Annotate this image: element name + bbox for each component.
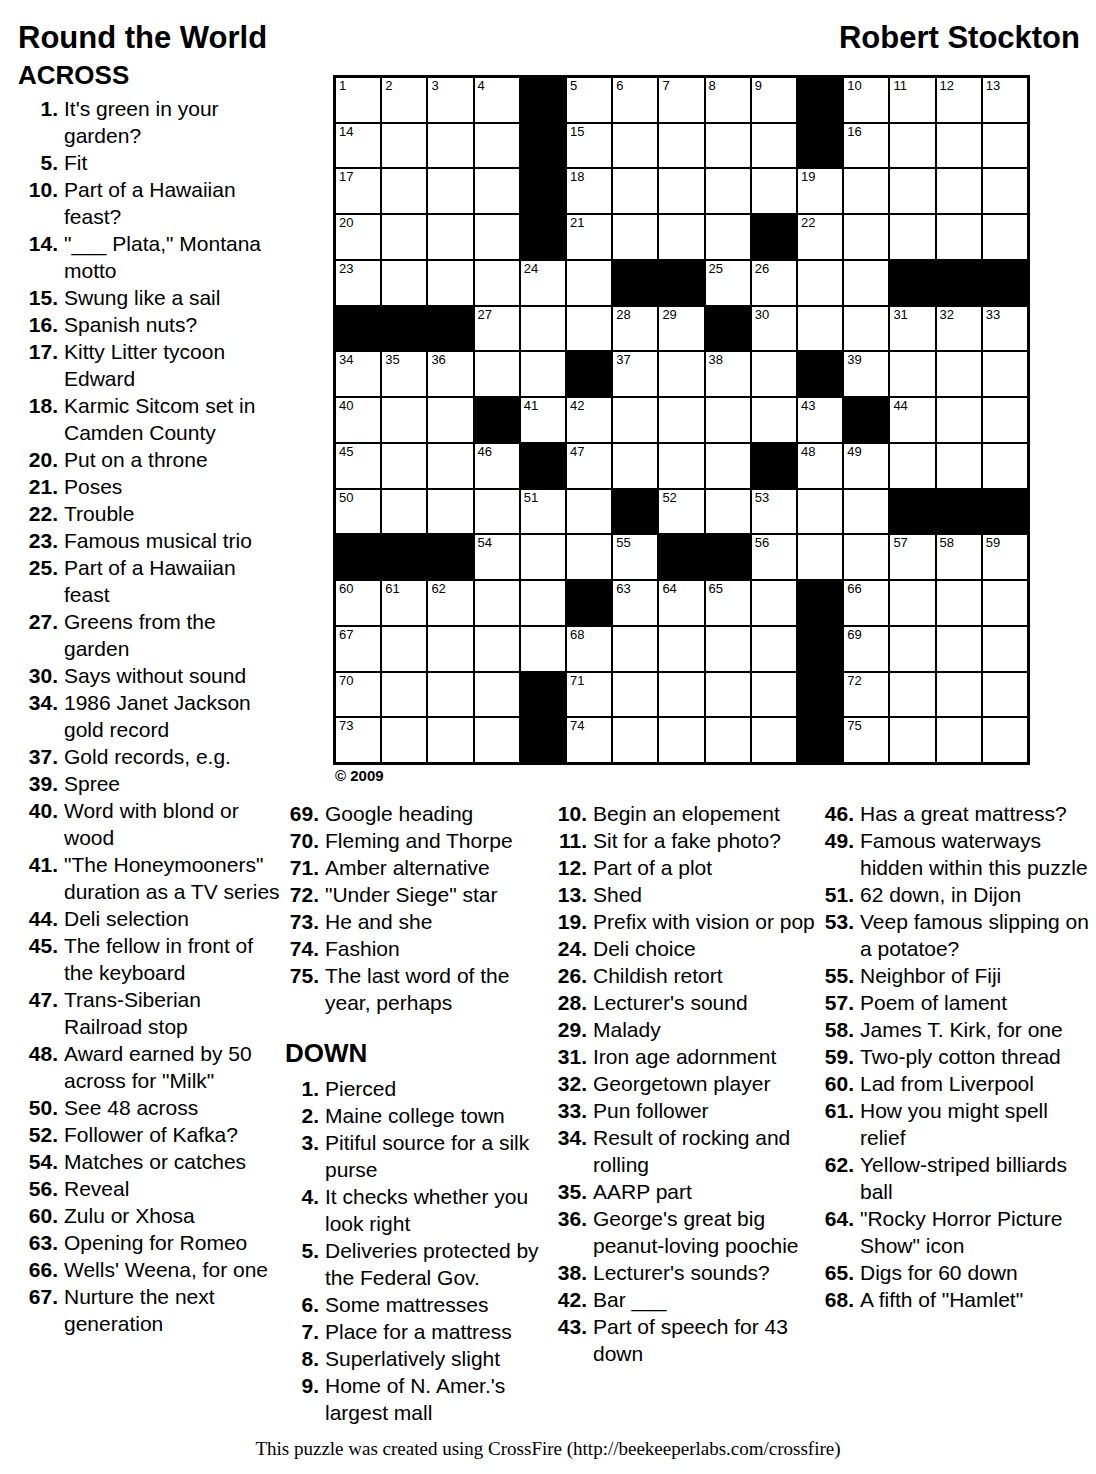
grid-cell[interactable] [706,627,750,671]
clue-number: 43. [553,1313,593,1367]
grid-cell[interactable]: 30 [752,307,796,351]
grid-cell-black [890,490,934,534]
cell-number: 45 [339,444,353,460]
grid-cell[interactable] [428,718,472,762]
cell-number: 44 [893,398,907,414]
grid-cell[interactable] [890,169,934,213]
grid-cell[interactable]: 29 [659,307,703,351]
grid-cell[interactable]: 57 [890,535,934,579]
clue-item: 25.Part of a Hawaiian feast [18,554,284,608]
grid-cell[interactable]: 24 [521,261,565,305]
cell-number: 53 [755,490,769,506]
grid-cell[interactable] [613,398,657,442]
clue-item: 51.62 down, in Dijon [820,881,1094,908]
clue-item: 2.Maine college town [285,1102,547,1129]
grid-cell[interactable] [521,307,565,351]
grid-cell[interactable]: 3 [428,78,472,122]
clue-text: He and she [325,908,547,935]
grid-cell[interactable]: 48 [798,444,842,488]
grid-cell-black [521,78,565,122]
grid-cell[interactable] [475,673,519,717]
cell-number: 62 [431,581,445,597]
grid-cell[interactable] [475,718,519,762]
grid-cell[interactable]: 54 [475,535,519,579]
grid-cell[interactable]: 62 [428,581,472,625]
clue-number: 60. [18,1202,64,1229]
clue-text: Reveal [64,1175,284,1202]
grid-cell[interactable] [382,490,426,534]
clue-text: Matches or catches [64,1148,284,1175]
grid-cell[interactable] [521,627,565,671]
grid-cell[interactable]: 35 [382,352,426,396]
grid-cell[interactable] [937,215,981,259]
grid-cell[interactable] [659,215,703,259]
grid-cell[interactable]: 73 [336,718,380,762]
grid-cell[interactable]: 26 [752,261,796,305]
down-header: DOWN [285,1038,547,1069]
grid-cell[interactable] [752,581,796,625]
clue-item: 24.Deli choice [553,935,817,962]
grid-cell[interactable]: 55 [613,535,657,579]
clue-text: Google heading [325,800,547,827]
grid-cell[interactable] [659,124,703,168]
grid-cell[interactable] [937,398,981,442]
clue-text: Pun follower [593,1097,817,1124]
grid-cell[interactable]: 66 [844,581,888,625]
grid-cell-black [336,535,380,579]
clue-number: 67. [18,1283,64,1337]
clue-item: 68.A fifth of "Hamlet" [820,1286,1094,1313]
cell-number: 54 [478,535,492,551]
grid-cell[interactable]: 53 [752,490,796,534]
clue-item: 43.Part of speech for 43 down [553,1313,817,1367]
grid-cell[interactable] [382,215,426,259]
grid-cell[interactable]: 74 [567,718,611,762]
grid-cell[interactable] [428,627,472,671]
grid-cell[interactable] [752,627,796,671]
grid-cell[interactable] [475,352,519,396]
clue-text: It checks whether you look right [325,1183,547,1237]
grid-cell[interactable]: 60 [336,581,380,625]
clue-text: Fleming and Thorpe [325,827,547,854]
grid-cell[interactable] [798,535,842,579]
clue-number: 57. [820,989,860,1016]
grid-cell[interactable] [983,627,1027,671]
grid-cell[interactable]: 1 [336,78,380,122]
grid-cell-black [475,398,519,442]
clue-text: Sit for a fake photo? [593,827,817,854]
grid-cell[interactable] [613,673,657,717]
grid-cell[interactable] [752,169,796,213]
clue-text: Poem of lament [860,989,1094,1016]
grid-cell[interactable] [475,581,519,625]
grid-cell[interactable] [659,627,703,671]
clue-text: Follower of Kafka? [64,1121,284,1148]
clue-number: 10. [18,176,64,230]
clue-item: 10.Begin an elopement [553,800,817,827]
grid-cell[interactable]: 69 [844,627,888,671]
grid-cell[interactable]: 37 [613,352,657,396]
grid-cell[interactable] [844,169,888,213]
clue-number: 29. [553,1016,593,1043]
grid-cell[interactable]: 8 [706,78,750,122]
grid-cell[interactable] [428,444,472,488]
clue-text: Part of speech for 43 down [593,1313,817,1367]
across-clues-continued: 69.Google heading70.Fleming and Thorpe71… [285,800,547,1016]
clue-text: Karmic Sitcom set in Camden County [64,392,284,446]
clue-text: Fashion [325,935,547,962]
cell-number: 70 [339,673,353,689]
clue-item: 1.Pierced [285,1075,547,1102]
grid-cell[interactable] [706,169,750,213]
grid-cell[interactable] [937,352,981,396]
grid-cell[interactable] [890,444,934,488]
grid-cell[interactable]: 58 [937,535,981,579]
grid-cell[interactable] [567,261,611,305]
clue-item: 75.The last word of the year, perhaps [285,962,547,1016]
grid-cell[interactable] [428,215,472,259]
clue-item: 74.Fashion [285,935,547,962]
grid-cell[interactable]: 52 [659,490,703,534]
grid-cell[interactable] [613,444,657,488]
grid-cell[interactable]: 51 [521,490,565,534]
clue-number: 5. [285,1237,325,1291]
grid-cell-black [706,307,750,351]
grid-cell[interactable] [937,444,981,488]
grid-cell[interactable] [798,261,842,305]
grid-cell[interactable]: 31 [890,307,934,351]
grid-cell[interactable] [428,398,472,442]
clue-item: 29.Malady [553,1016,817,1043]
grid-cell[interactable] [613,124,657,168]
clue-item: 8.Superlatively slight [285,1345,547,1372]
grid-cell[interactable]: 64 [659,581,703,625]
grid-cell[interactable] [428,673,472,717]
clue-item: 64."Rocky Horror Picture Show" icon [820,1205,1094,1259]
grid-cell[interactable] [706,490,750,534]
grid-cell[interactable]: 15 [567,124,611,168]
grid-cell[interactable] [659,673,703,717]
grid-cell[interactable] [752,718,796,762]
grid-cell[interactable]: 6 [613,78,657,122]
clue-item: 50.See 48 across [18,1094,284,1121]
grid-cell[interactable] [567,535,611,579]
clue-text: Word with blond or wood [64,797,284,851]
clue-item: 28.Lecturer's sound [553,989,817,1016]
grid-cell[interactable] [752,398,796,442]
grid-cell[interactable]: 28 [613,307,657,351]
cell-number: 4 [478,78,485,94]
grid-cell[interactable] [382,627,426,671]
grid-cell[interactable]: 49 [844,444,888,488]
grid-cell[interactable] [659,718,703,762]
grid-cell[interactable]: 33 [983,307,1027,351]
grid-cell-black [567,352,611,396]
clue-number: 26. [553,962,593,989]
grid-cell[interactable] [844,490,888,534]
grid-cell[interactable]: 2 [382,78,426,122]
clue-item: 52.Follower of Kafka? [18,1121,284,1148]
grid-cell[interactable]: 4 [475,78,519,122]
clue-item: 18.Karmic Sitcom set in Camden County [18,392,284,446]
grid-cell[interactable] [382,261,426,305]
cell-number: 67 [339,627,353,643]
grid-cell[interactable]: 14 [336,124,380,168]
grid-cell[interactable] [475,169,519,213]
grid-cell[interactable] [844,261,888,305]
grid-cell[interactable]: 68 [567,627,611,671]
grid-cell[interactable] [659,169,703,213]
grid-cell[interactable] [798,490,842,534]
grid-cell[interactable] [613,627,657,671]
grid-cell[interactable]: 25 [706,261,750,305]
grid-cell-black [798,673,842,717]
grid-cell[interactable]: 36 [428,352,472,396]
clue-number: 1. [285,1075,325,1102]
grid-cell[interactable] [428,124,472,168]
grid-cell[interactable]: 34 [336,352,380,396]
grid-cell[interactable]: 70 [336,673,380,717]
cell-number: 37 [616,352,630,368]
grid-cell[interactable] [475,124,519,168]
grid-cell[interactable] [706,398,750,442]
grid-cell[interactable]: 42 [567,398,611,442]
grid-cell[interactable]: 7 [659,78,703,122]
grid-cell-black [937,261,981,305]
grid-cell[interactable] [428,261,472,305]
grid-cell[interactable] [937,169,981,213]
clue-item: 73.He and she [285,908,547,935]
grid-cell[interactable] [937,581,981,625]
grid-cell[interactable]: 50 [336,490,380,534]
clue-number: 35. [553,1178,593,1205]
grid-cell[interactable] [382,718,426,762]
clue-text: The fellow in front of the keyboard [64,932,284,986]
grid-cell[interactable] [706,673,750,717]
cell-number: 17 [339,169,353,185]
grid-cell[interactable] [890,673,934,717]
clue-number: 4. [285,1183,325,1237]
grid-cell[interactable]: 39 [844,352,888,396]
puzzle-author: Robert Stockton [839,20,1080,56]
grid-cell[interactable] [983,718,1027,762]
grid-cell[interactable]: 40 [336,398,380,442]
across-header: ACROSS [18,60,129,91]
clue-text: James T. Kirk, for one [860,1016,1094,1043]
clue-number: 33. [553,1097,593,1124]
clue-number: 62. [820,1151,860,1205]
grid-cell[interactable] [983,169,1027,213]
grid-cell[interactable] [844,307,888,351]
grid-cell[interactable]: 65 [706,581,750,625]
grid-cell[interactable] [890,124,934,168]
grid-cell[interactable]: 21 [567,215,611,259]
clue-number: 51. [820,881,860,908]
clue-text: "___ Plata," Montana motto [64,230,284,284]
grid-cell-black [752,215,796,259]
grid-cell[interactable] [752,124,796,168]
cell-number: 13 [986,78,1000,94]
grid-cell[interactable]: 11 [890,78,934,122]
grid-cell[interactable]: 71 [567,673,611,717]
grid-cell[interactable] [890,215,934,259]
clue-number: 55. [820,962,860,989]
grid-cell[interactable] [890,352,934,396]
grid-cell[interactable] [752,352,796,396]
grid-cell[interactable] [475,261,519,305]
grid-cell[interactable] [475,627,519,671]
grid-cell[interactable] [567,307,611,351]
clue-text: Begin an elopement [593,800,817,827]
grid-cell[interactable] [983,215,1027,259]
grid-cell[interactable] [890,627,934,671]
grid-cell[interactable] [382,673,426,717]
grid-cell[interactable] [890,718,934,762]
grid-cell[interactable] [983,352,1027,396]
grid-cell[interactable] [428,169,472,213]
grid-cell[interactable]: 19 [798,169,842,213]
crossword-grid: 1234567891011121314151617181920212223242… [333,75,1030,765]
grid-cell[interactable] [613,718,657,762]
grid-cell[interactable] [428,490,472,534]
grid-cell[interactable] [752,673,796,717]
grid-cell[interactable] [844,215,888,259]
grid-cell[interactable] [706,718,750,762]
clue-text: Two-ply cotton thread [860,1043,1094,1070]
clue-text: Poses [64,473,284,500]
clue-text: It's green in your garden? [64,95,284,149]
grid-cell[interactable] [706,124,750,168]
grid-cell[interactable]: 18 [567,169,611,213]
grid-cell[interactable]: 23 [336,261,380,305]
grid-cell[interactable] [983,673,1027,717]
grid-cell[interactable]: 72 [844,673,888,717]
grid-cell[interactable] [937,124,981,168]
clue-number: 56. [18,1175,64,1202]
grid-cell[interactable]: 13 [983,78,1027,122]
clue-item: 11.Sit for a fake photo? [553,827,817,854]
cell-number: 75 [847,718,861,734]
grid-cell[interactable]: 63 [613,581,657,625]
grid-cell[interactable] [382,398,426,442]
grid-cell[interactable] [659,444,703,488]
clue-number: 61. [820,1097,860,1151]
clue-item: 26.Childish retort [553,962,817,989]
grid-cell[interactable] [659,352,703,396]
grid-cell[interactable]: 9 [752,78,796,122]
grid-cell[interactable] [983,124,1027,168]
grid-cell[interactable] [475,215,519,259]
grid-cell[interactable]: 56 [752,535,796,579]
grid-cell[interactable] [382,124,426,168]
grid-cell[interactable]: 44 [890,398,934,442]
clue-number: 28. [553,989,593,1016]
grid-cell-black [798,718,842,762]
grid-cell[interactable] [659,398,703,442]
cell-number: 34 [339,352,353,368]
clue-item: 70.Fleming and Thorpe [285,827,547,854]
grid-cell[interactable]: 45 [336,444,380,488]
clue-number: 10. [553,800,593,827]
grid-cell[interactable] [567,490,611,534]
grid-cell-black [798,352,842,396]
clue-item: 32.Georgetown player [553,1070,817,1097]
grid-cell[interactable]: 47 [567,444,611,488]
cell-number: 42 [570,398,584,414]
grid-cell[interactable]: 43 [798,398,842,442]
clue-number: 22. [18,500,64,527]
clue-text: "The Honeymooners" duration as a TV seri… [64,851,284,905]
clue-item: 22.Trouble [18,500,284,527]
grid-cell[interactable] [983,398,1027,442]
grid-cell[interactable]: 38 [706,352,750,396]
grid-cell-black [382,535,426,579]
grid-cell[interactable] [613,169,657,213]
grid-cell[interactable] [475,490,519,534]
grid-cell[interactable] [983,581,1027,625]
grid-cell[interactable] [521,581,565,625]
grid-cell[interactable] [844,535,888,579]
grid-cell-black [428,535,472,579]
grid-cell[interactable] [382,444,426,488]
grid-cell[interactable]: 10 [844,78,888,122]
grid-cell-black [521,673,565,717]
clue-number: 20. [18,446,64,473]
grid-cell[interactable] [983,444,1027,488]
clue-text: "Under Siege" star [325,881,547,908]
clue-number: 31. [553,1043,593,1070]
clue-text: Kitty Litter tycoon Edward [64,338,284,392]
grid-cell[interactable]: 22 [798,215,842,259]
grid-cell[interactable] [798,307,842,351]
grid-cell[interactable] [382,169,426,213]
grid-cell[interactable]: 16 [844,124,888,168]
grid-cell[interactable] [706,215,750,259]
clue-item: 16.Spanish nuts? [18,311,284,338]
grid-cell[interactable] [521,352,565,396]
grid-cell[interactable]: 20 [336,215,380,259]
grid-cell[interactable] [937,627,981,671]
grid-cell[interactable]: 41 [521,398,565,442]
grid-cell[interactable]: 59 [983,535,1027,579]
grid-cell[interactable]: 17 [336,169,380,213]
cell-number: 74 [570,718,584,734]
clue-number: 65. [820,1259,860,1286]
grid-cell[interactable]: 75 [844,718,888,762]
cell-number: 24 [524,261,538,277]
grid-cell[interactable] [706,444,750,488]
grid-cell[interactable] [521,535,565,579]
grid-cell[interactable] [890,581,934,625]
grid-cell[interactable]: 67 [336,627,380,671]
grid-cell[interactable]: 32 [937,307,981,351]
down-clue-list-3: 46.Has a great mattress?49.Famous waterw… [820,800,1094,1313]
grid-cell[interactable] [613,215,657,259]
grid-cell[interactable]: 27 [475,307,519,351]
grid-cell[interactable] [937,718,981,762]
clue-text: Veep famous slipping on a potatoe? [860,908,1094,962]
copyright: © 2009 [335,767,384,784]
grid-cell[interactable]: 46 [475,444,519,488]
grid-cell[interactable]: 61 [382,581,426,625]
grid-cell[interactable]: 5 [567,78,611,122]
cell-number: 22 [801,215,815,231]
grid-cell[interactable]: 12 [937,78,981,122]
cell-number: 7 [662,78,669,94]
grid-cell[interactable] [937,673,981,717]
grid-cell-black [798,581,842,625]
cell-number: 41 [524,398,538,414]
